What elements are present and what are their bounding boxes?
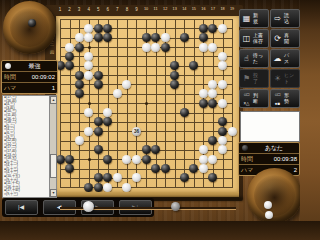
black-stone xyxy=(208,136,217,145)
bowl-cavity xyxy=(254,175,295,216)
black-stone xyxy=(199,24,208,33)
scroll-down-icon[interactable]: ▼ xyxy=(50,189,57,197)
white-captures-value: 1 xyxy=(28,85,55,91)
grid-line xyxy=(175,19,176,188)
button-label: 再 開 xyxy=(284,33,289,44)
white-stone xyxy=(218,61,227,70)
black-stone xyxy=(65,164,74,173)
white-stone xyxy=(199,43,208,52)
black-stone-icon xyxy=(242,145,248,151)
column-coordinate-label: 5 xyxy=(97,7,100,12)
captures-row: ハマ 1 xyxy=(2,83,57,93)
player-name-row: あなた xyxy=(239,143,299,154)
white-stone xyxy=(199,155,208,164)
estimate-icon: ○□ ●■ xyxy=(271,90,284,108)
white-stone xyxy=(142,43,151,52)
white-stone xyxy=(103,108,112,117)
move-list[interactable]: ●(17,三)○(16,四)●(4,三)○(3,四)●(10,三)○(11,四)… xyxy=(2,95,50,198)
black-stone xyxy=(161,164,170,173)
black-stone xyxy=(94,71,103,80)
move-list-item[interactable]: ○(9,十三) xyxy=(3,193,49,197)
move-list-scrollbar[interactable]: ▲ ▼ xyxy=(49,95,57,198)
column-coordinate-label: 9 xyxy=(135,7,138,12)
black-stone xyxy=(180,173,189,182)
white-stone xyxy=(122,80,131,89)
column-coordinate-label: 2 xyxy=(68,7,71,12)
black-stone xyxy=(180,33,189,42)
black-stone xyxy=(94,24,103,33)
black-stone xyxy=(199,99,208,108)
grid-line xyxy=(60,141,233,142)
black-stone xyxy=(75,43,84,52)
white-stone xyxy=(199,145,208,154)
black-stone xyxy=(94,80,103,89)
column-coordinate-label: 3 xyxy=(78,7,81,12)
black-stone xyxy=(142,155,151,164)
time-label: 時間 xyxy=(4,73,28,82)
black-stone xyxy=(94,183,103,192)
button-label: 判 断 xyxy=(253,93,258,104)
white-stone xyxy=(218,136,227,145)
column-coordinate-label: 7 xyxy=(116,7,119,12)
button-label: 上書 保存 xyxy=(253,33,263,44)
white-time-value: 00:09:02 xyxy=(28,74,55,80)
button-label: 形 勢 xyxy=(284,93,289,104)
black-stone xyxy=(142,145,151,154)
load-icon: ⇨ xyxy=(271,14,284,23)
white-stone xyxy=(208,43,217,52)
resign-button: ⚑投 了 xyxy=(239,69,269,88)
white-stone xyxy=(208,80,217,89)
white-stone xyxy=(228,127,237,136)
black-time-value: 00:09:38 xyxy=(265,156,297,162)
black-player-name: あなた xyxy=(251,144,297,153)
black-stone xyxy=(103,24,112,33)
white-stone xyxy=(151,43,160,52)
white-stone xyxy=(218,145,227,154)
button-label: パ ス xyxy=(284,53,289,64)
column-coordinate-label: 14 xyxy=(182,7,186,11)
grid-line xyxy=(184,19,185,188)
column-coordinate-label: 18 xyxy=(220,7,224,11)
black-stone xyxy=(103,155,112,164)
white-stone xyxy=(218,80,227,89)
save-icon: ◫ xyxy=(240,34,253,43)
column-coordinate-label: 11 xyxy=(154,7,158,11)
move-slider-secondary-knob[interactable] xyxy=(171,202,180,211)
column-coordinate-label: 8 xyxy=(126,7,129,12)
black-stone xyxy=(208,173,217,182)
undo-icon: ☝ xyxy=(240,54,253,63)
resume-icon: ⟳ xyxy=(271,34,284,43)
black-stone xyxy=(208,24,217,33)
black-stone xyxy=(94,127,103,136)
captured-white-stone xyxy=(265,211,273,219)
black-stone xyxy=(189,61,198,70)
button-label: 投 了 xyxy=(253,73,258,84)
star-point xyxy=(88,46,91,49)
star-point xyxy=(145,102,148,105)
captured-white-stone xyxy=(264,201,272,209)
column-coordinate-label: 15 xyxy=(192,7,196,11)
white-stone xyxy=(208,155,217,164)
black-stone xyxy=(170,80,179,89)
white-stone xyxy=(218,99,227,108)
captured-black-stone xyxy=(28,19,36,27)
black-stone xyxy=(103,33,112,42)
column-coordinate-label: 12 xyxy=(163,7,167,11)
black-stone xyxy=(94,173,103,182)
resume-button[interactable]: ⟳再 開 xyxy=(270,29,300,48)
black-stone xyxy=(218,127,227,136)
button-label: 読 込 xyxy=(284,13,289,24)
hint-button: ☀ヒン ト xyxy=(270,69,300,88)
column-coordinate-label: 13 xyxy=(173,7,177,11)
white-stone xyxy=(84,71,93,80)
white-stone xyxy=(218,52,227,61)
button-label: 待っ た xyxy=(253,53,263,64)
black-stone xyxy=(180,108,189,117)
button-label: ヒン ト xyxy=(284,73,294,84)
column-coordinate-label: 1 xyxy=(59,7,62,12)
column-coordinate-label: 4 xyxy=(87,7,90,12)
white-stone-icon xyxy=(5,63,11,69)
grid-line xyxy=(60,122,233,123)
white-stone xyxy=(199,164,208,173)
black-stone xyxy=(218,117,227,126)
white-stone xyxy=(84,61,93,70)
scrollbar-thumb[interactable] xyxy=(50,154,57,178)
hint-icon: ☀ xyxy=(271,74,284,83)
message-area xyxy=(240,111,300,142)
black-stone xyxy=(84,183,93,192)
black-stone xyxy=(94,33,103,42)
black-stone xyxy=(65,61,74,70)
move-slider-knob[interactable] xyxy=(83,201,94,212)
white-stone xyxy=(84,24,93,33)
black-stone xyxy=(142,33,151,42)
white-stone xyxy=(122,183,131,192)
time-row: 時間 00:09:38 xyxy=(239,154,299,165)
nav-first-button[interactable]: |◀ xyxy=(5,200,38,215)
white-stone xyxy=(84,33,93,42)
black-stone xyxy=(103,173,112,182)
grid-line xyxy=(194,19,195,188)
star-point xyxy=(88,158,91,161)
white-stone xyxy=(84,127,93,136)
captures-label: ハマ xyxy=(4,84,28,93)
pass-icon: ☁ xyxy=(271,54,284,63)
white-stone xyxy=(218,24,227,33)
white-stone xyxy=(75,33,84,42)
column-coordinate-label: 16 xyxy=(201,7,205,11)
white-stone xyxy=(84,108,93,117)
column-coordinate-label: 19 xyxy=(230,7,234,11)
button-label: 新 規 xyxy=(253,13,258,24)
black-stone xyxy=(199,33,208,42)
column-coordinate-label: 10 xyxy=(144,7,148,11)
go-board[interactable]: 36 xyxy=(56,16,239,192)
command-button-panel: ▦新 規⇨読 込◫上書 保存⟳再 開☝待っ た☁パ ス⚑投 了☀ヒン ト○□ ×… xyxy=(239,9,300,108)
white-player-panel: 最強 時間 00:09:02 ハマ 1 xyxy=(1,60,58,94)
new-game-button[interactable]: ▦新 規 xyxy=(239,9,269,28)
pass-button[interactable]: ☁パ ス xyxy=(270,49,300,68)
black-stone xyxy=(75,71,84,80)
white-stone xyxy=(161,33,170,42)
judge-icon: ○□ ×△ xyxy=(240,90,253,108)
resign-icon: ⚑ xyxy=(240,74,253,83)
black-stone xyxy=(151,33,160,42)
column-coordinate-label: 17 xyxy=(211,7,215,11)
white-stone xyxy=(113,89,122,98)
white-stone xyxy=(103,183,112,192)
white-stone xyxy=(132,173,141,182)
black-stone xyxy=(65,155,74,164)
black-stone xyxy=(151,145,160,154)
white-stone xyxy=(75,136,84,145)
white-stone xyxy=(113,173,122,182)
white-stone xyxy=(132,155,141,164)
black-stone xyxy=(161,43,170,52)
save-button[interactable]: ◫上書 保存 xyxy=(239,29,269,48)
white-player-bowl xyxy=(3,1,56,54)
black-stone xyxy=(170,71,179,80)
column-coordinate-label: 6 xyxy=(107,7,110,12)
black-stone xyxy=(103,117,112,126)
black-stone xyxy=(170,61,179,70)
black-stone xyxy=(151,164,160,173)
judge-button[interactable]: ○□ ×△判 断 xyxy=(239,89,269,108)
grid-line xyxy=(232,19,233,188)
white-stone xyxy=(84,52,93,61)
player-name-row: 最強 xyxy=(2,61,57,72)
black-stone xyxy=(189,164,198,173)
time-label: 時間 xyxy=(241,155,265,164)
estimate-button[interactable]: ○□ ●■形 勢 xyxy=(270,89,300,108)
black-stone xyxy=(208,99,217,108)
time-row: 時間 00:09:02 xyxy=(2,72,57,83)
white-stone xyxy=(199,89,208,98)
white-stone xyxy=(65,43,74,52)
scroll-up-icon[interactable]: ▲ xyxy=(50,96,57,104)
black-stone xyxy=(94,117,103,126)
load-button[interactable]: ⇨読 込 xyxy=(270,9,300,28)
grid-line xyxy=(60,178,233,179)
white-stone xyxy=(208,89,217,98)
undo-button[interactable]: ☝待っ た xyxy=(239,49,269,68)
last-move-white-stone: 36 xyxy=(132,127,141,136)
bowl-cavity xyxy=(10,8,49,47)
black-stone xyxy=(94,145,103,154)
black-player-bowl xyxy=(247,168,300,221)
white-stone xyxy=(122,155,131,164)
black-stone xyxy=(75,80,84,89)
black-stone xyxy=(75,89,84,98)
new-game-icon: ▦ xyxy=(240,14,253,23)
white-player-name: 最強 xyxy=(14,62,55,71)
star-point xyxy=(88,102,91,105)
black-stone xyxy=(65,52,74,61)
